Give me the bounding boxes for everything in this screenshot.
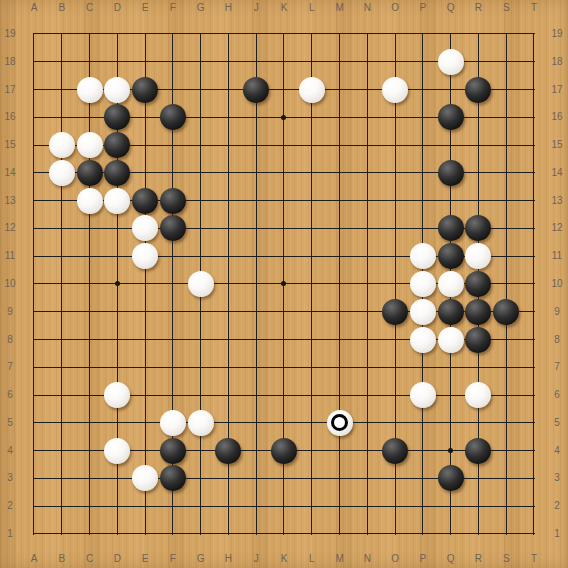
intersection-P2[interactable]	[409, 492, 437, 520]
intersection-M16[interactable]	[326, 103, 354, 131]
intersection-D16[interactable]	[103, 103, 131, 131]
intersection-R14[interactable]	[465, 159, 493, 187]
intersection-P14[interactable]	[409, 159, 437, 187]
intersection-K17[interactable]	[270, 76, 298, 104]
intersection-L8[interactable]	[298, 326, 326, 354]
intersection-A2[interactable]	[20, 492, 48, 520]
intersection-P15[interactable]	[409, 131, 437, 159]
intersection-J2[interactable]	[242, 492, 270, 520]
intersection-S18[interactable]	[492, 48, 520, 76]
intersection-L12[interactable]	[298, 215, 326, 243]
intersection-E19[interactable]	[131, 20, 159, 48]
intersection-B12[interactable]	[48, 215, 76, 243]
intersection-N4[interactable]	[353, 437, 381, 465]
intersection-T7[interactable]	[520, 353, 548, 381]
intersection-H15[interactable]	[215, 131, 243, 159]
intersection-Q1[interactable]	[437, 520, 465, 548]
intersection-G15[interactable]	[187, 131, 215, 159]
intersection-H13[interactable]	[215, 187, 243, 215]
intersection-N14[interactable]	[353, 159, 381, 187]
intersection-G14[interactable]	[187, 159, 215, 187]
intersection-L9[interactable]	[298, 298, 326, 326]
intersection-P7[interactable]	[409, 353, 437, 381]
intersection-A9[interactable]	[20, 298, 48, 326]
intersection-G12[interactable]	[187, 215, 215, 243]
intersection-N12[interactable]	[353, 215, 381, 243]
intersection-C14[interactable]	[76, 159, 104, 187]
intersection-A17[interactable]	[20, 76, 48, 104]
intersection-C18[interactable]	[76, 48, 104, 76]
intersection-A13[interactable]	[20, 187, 48, 215]
intersection-H17[interactable]	[215, 76, 243, 104]
intersection-O6[interactable]	[381, 381, 409, 409]
intersection-K5[interactable]	[270, 409, 298, 437]
intersection-P3[interactable]	[409, 465, 437, 493]
intersection-H11[interactable]	[215, 242, 243, 270]
intersection-O19[interactable]	[381, 20, 409, 48]
intersection-C16[interactable]	[76, 103, 104, 131]
intersection-F4[interactable]	[159, 437, 187, 465]
intersection-B1[interactable]	[48, 520, 76, 548]
intersection-J17[interactable]	[242, 76, 270, 104]
intersection-F15[interactable]	[159, 131, 187, 159]
intersection-T11[interactable]	[520, 242, 548, 270]
intersection-T14[interactable]	[520, 159, 548, 187]
intersection-B9[interactable]	[48, 298, 76, 326]
intersection-A3[interactable]	[20, 465, 48, 493]
intersection-A1[interactable]	[20, 520, 48, 548]
intersection-B17[interactable]	[48, 76, 76, 104]
intersection-M10[interactable]	[326, 270, 354, 298]
intersection-F18[interactable]	[159, 48, 187, 76]
intersection-G8[interactable]	[187, 326, 215, 354]
intersection-T17[interactable]	[520, 76, 548, 104]
intersection-H5[interactable]	[215, 409, 243, 437]
intersection-G10[interactable]	[187, 270, 215, 298]
intersection-T15[interactable]	[520, 131, 548, 159]
intersection-M12[interactable]	[326, 215, 354, 243]
intersection-B6[interactable]	[48, 381, 76, 409]
intersection-S1[interactable]	[492, 520, 520, 548]
intersection-Q6[interactable]	[437, 381, 465, 409]
intersection-H1[interactable]	[215, 520, 243, 548]
intersection-F5[interactable]	[159, 409, 187, 437]
intersection-F3[interactable]	[159, 465, 187, 493]
intersection-D8[interactable]	[103, 326, 131, 354]
intersection-A10[interactable]	[20, 270, 48, 298]
intersection-G17[interactable]	[187, 76, 215, 104]
intersection-E2[interactable]	[131, 492, 159, 520]
intersection-D9[interactable]	[103, 298, 131, 326]
intersection-Q11[interactable]	[437, 242, 465, 270]
intersection-S16[interactable]	[492, 103, 520, 131]
intersection-H2[interactable]	[215, 492, 243, 520]
intersection-K18[interactable]	[270, 48, 298, 76]
intersection-M11[interactable]	[326, 242, 354, 270]
intersection-G4[interactable]	[187, 437, 215, 465]
intersection-M4[interactable]	[326, 437, 354, 465]
intersection-O8[interactable]	[381, 326, 409, 354]
intersection-S12[interactable]	[492, 215, 520, 243]
intersection-E16[interactable]	[131, 103, 159, 131]
intersection-T8[interactable]	[520, 326, 548, 354]
intersection-C13[interactable]	[76, 187, 104, 215]
intersection-D15[interactable]	[103, 131, 131, 159]
intersection-H4[interactable]	[215, 437, 243, 465]
intersection-Q15[interactable]	[437, 131, 465, 159]
intersection-O12[interactable]	[381, 215, 409, 243]
intersection-D14[interactable]	[103, 159, 131, 187]
intersection-B14[interactable]	[48, 159, 76, 187]
intersection-S13[interactable]	[492, 187, 520, 215]
intersection-K15[interactable]	[270, 131, 298, 159]
intersection-L19[interactable]	[298, 20, 326, 48]
intersection-K6[interactable]	[270, 381, 298, 409]
intersection-K2[interactable]	[270, 492, 298, 520]
intersection-O5[interactable]	[381, 409, 409, 437]
intersection-S3[interactable]	[492, 465, 520, 493]
intersection-A8[interactable]	[20, 326, 48, 354]
intersection-E10[interactable]	[131, 270, 159, 298]
intersection-P8[interactable]	[409, 326, 437, 354]
intersection-N9[interactable]	[353, 298, 381, 326]
intersection-G2[interactable]	[187, 492, 215, 520]
intersection-H8[interactable]	[215, 326, 243, 354]
intersection-P5[interactable]	[409, 409, 437, 437]
intersection-P11[interactable]	[409, 242, 437, 270]
intersection-Q5[interactable]	[437, 409, 465, 437]
intersection-N15[interactable]	[353, 131, 381, 159]
intersection-F11[interactable]	[159, 242, 187, 270]
intersection-M14[interactable]	[326, 159, 354, 187]
intersection-K13[interactable]	[270, 187, 298, 215]
intersection-J9[interactable]	[242, 298, 270, 326]
intersection-K4[interactable]	[270, 437, 298, 465]
intersection-J19[interactable]	[242, 20, 270, 48]
intersection-P4[interactable]	[409, 437, 437, 465]
intersection-D1[interactable]	[103, 520, 131, 548]
intersection-B5[interactable]	[48, 409, 76, 437]
intersection-H18[interactable]	[215, 48, 243, 76]
intersection-A15[interactable]	[20, 131, 48, 159]
intersection-L15[interactable]	[298, 131, 326, 159]
intersection-P17[interactable]	[409, 76, 437, 104]
intersection-Q18[interactable]	[437, 48, 465, 76]
intersection-O16[interactable]	[381, 103, 409, 131]
intersection-D7[interactable]	[103, 353, 131, 381]
intersection-S15[interactable]	[492, 131, 520, 159]
intersection-K3[interactable]	[270, 465, 298, 493]
intersection-T6[interactable]	[520, 381, 548, 409]
intersection-Q12[interactable]	[437, 215, 465, 243]
intersection-B3[interactable]	[48, 465, 76, 493]
intersection-A6[interactable]	[20, 381, 48, 409]
intersection-K19[interactable]	[270, 20, 298, 48]
intersection-K8[interactable]	[270, 326, 298, 354]
intersection-M7[interactable]	[326, 353, 354, 381]
intersection-F16[interactable]	[159, 103, 187, 131]
intersection-R19[interactable]	[465, 20, 493, 48]
intersection-N10[interactable]	[353, 270, 381, 298]
intersection-T5[interactable]	[520, 409, 548, 437]
intersection-E13[interactable]	[131, 187, 159, 215]
intersection-P12[interactable]	[409, 215, 437, 243]
intersection-B8[interactable]	[48, 326, 76, 354]
intersection-D19[interactable]	[103, 20, 131, 48]
intersection-D10[interactable]	[103, 270, 131, 298]
intersection-L18[interactable]	[298, 48, 326, 76]
intersection-P19[interactable]	[409, 20, 437, 48]
intersection-Q7[interactable]	[437, 353, 465, 381]
intersection-O2[interactable]	[381, 492, 409, 520]
intersection-J18[interactable]	[242, 48, 270, 76]
intersection-F6[interactable]	[159, 381, 187, 409]
intersection-D18[interactable]	[103, 48, 131, 76]
intersection-F10[interactable]	[159, 270, 187, 298]
intersection-J10[interactable]	[242, 270, 270, 298]
intersection-D5[interactable]	[103, 409, 131, 437]
intersection-L11[interactable]	[298, 242, 326, 270]
intersection-E4[interactable]	[131, 437, 159, 465]
intersection-L3[interactable]	[298, 465, 326, 493]
intersection-E17[interactable]	[131, 76, 159, 104]
intersection-K1[interactable]	[270, 520, 298, 548]
intersection-H19[interactable]	[215, 20, 243, 48]
intersection-G6[interactable]	[187, 381, 215, 409]
intersection-K11[interactable]	[270, 242, 298, 270]
intersection-A14[interactable]	[20, 159, 48, 187]
intersection-C4[interactable]	[76, 437, 104, 465]
intersection-N1[interactable]	[353, 520, 381, 548]
intersection-C9[interactable]	[76, 298, 104, 326]
intersection-L13[interactable]	[298, 187, 326, 215]
intersection-S17[interactable]	[492, 76, 520, 104]
intersection-H9[interactable]	[215, 298, 243, 326]
intersection-O3[interactable]	[381, 465, 409, 493]
intersection-H6[interactable]	[215, 381, 243, 409]
intersection-O1[interactable]	[381, 520, 409, 548]
intersection-J11[interactable]	[242, 242, 270, 270]
intersection-R13[interactable]	[465, 187, 493, 215]
intersection-Q9[interactable]	[437, 298, 465, 326]
intersection-L1[interactable]	[298, 520, 326, 548]
intersection-N18[interactable]	[353, 48, 381, 76]
intersection-M5[interactable]	[326, 409, 354, 437]
intersection-P13[interactable]	[409, 187, 437, 215]
intersection-S9[interactable]	[492, 298, 520, 326]
intersection-R6[interactable]	[465, 381, 493, 409]
intersection-D12[interactable]	[103, 215, 131, 243]
intersection-B16[interactable]	[48, 103, 76, 131]
intersection-N11[interactable]	[353, 242, 381, 270]
intersection-J15[interactable]	[242, 131, 270, 159]
intersection-R7[interactable]	[465, 353, 493, 381]
intersection-M15[interactable]	[326, 131, 354, 159]
intersection-C19[interactable]	[76, 20, 104, 48]
intersection-J16[interactable]	[242, 103, 270, 131]
intersection-T3[interactable]	[520, 465, 548, 493]
intersection-B19[interactable]	[48, 20, 76, 48]
intersection-S6[interactable]	[492, 381, 520, 409]
intersection-F9[interactable]	[159, 298, 187, 326]
intersection-Q3[interactable]	[437, 465, 465, 493]
intersection-Q4[interactable]	[437, 437, 465, 465]
intersection-O14[interactable]	[381, 159, 409, 187]
intersection-G5[interactable]	[187, 409, 215, 437]
intersection-J1[interactable]	[242, 520, 270, 548]
intersection-E12[interactable]	[131, 215, 159, 243]
intersection-P18[interactable]	[409, 48, 437, 76]
intersection-D13[interactable]	[103, 187, 131, 215]
intersection-O17[interactable]	[381, 76, 409, 104]
intersection-C10[interactable]	[76, 270, 104, 298]
intersection-A16[interactable]	[20, 103, 48, 131]
intersection-B10[interactable]	[48, 270, 76, 298]
intersection-B2[interactable]	[48, 492, 76, 520]
intersection-R9[interactable]	[465, 298, 493, 326]
intersection-R16[interactable]	[465, 103, 493, 131]
intersection-H12[interactable]	[215, 215, 243, 243]
intersection-K7[interactable]	[270, 353, 298, 381]
intersection-A11[interactable]	[20, 242, 48, 270]
intersection-D3[interactable]	[103, 465, 131, 493]
intersection-R4[interactable]	[465, 437, 493, 465]
intersection-A4[interactable]	[20, 437, 48, 465]
intersection-B15[interactable]	[48, 131, 76, 159]
intersection-N17[interactable]	[353, 76, 381, 104]
intersection-N7[interactable]	[353, 353, 381, 381]
intersection-B7[interactable]	[48, 353, 76, 381]
intersection-J4[interactable]	[242, 437, 270, 465]
intersection-B4[interactable]	[48, 437, 76, 465]
intersection-F17[interactable]	[159, 76, 187, 104]
intersection-O11[interactable]	[381, 242, 409, 270]
intersection-F12[interactable]	[159, 215, 187, 243]
intersection-M1[interactable]	[326, 520, 354, 548]
intersection-M9[interactable]	[326, 298, 354, 326]
intersection-D2[interactable]	[103, 492, 131, 520]
intersection-E18[interactable]	[131, 48, 159, 76]
intersection-N19[interactable]	[353, 20, 381, 48]
intersection-T18[interactable]	[520, 48, 548, 76]
intersection-K12[interactable]	[270, 215, 298, 243]
intersection-C1[interactable]	[76, 520, 104, 548]
intersection-E15[interactable]	[131, 131, 159, 159]
intersection-T4[interactable]	[520, 437, 548, 465]
intersection-N16[interactable]	[353, 103, 381, 131]
intersection-T10[interactable]	[520, 270, 548, 298]
intersection-D4[interactable]	[103, 437, 131, 465]
intersection-F19[interactable]	[159, 20, 187, 48]
intersection-G3[interactable]	[187, 465, 215, 493]
intersection-N2[interactable]	[353, 492, 381, 520]
intersection-K16[interactable]	[270, 103, 298, 131]
intersection-T16[interactable]	[520, 103, 548, 131]
intersection-J6[interactable]	[242, 381, 270, 409]
intersection-B18[interactable]	[48, 48, 76, 76]
intersection-R12[interactable]	[465, 215, 493, 243]
intersection-S2[interactable]	[492, 492, 520, 520]
intersection-J8[interactable]	[242, 326, 270, 354]
intersection-A19[interactable]	[20, 20, 48, 48]
intersection-C17[interactable]	[76, 76, 104, 104]
intersection-P1[interactable]	[409, 520, 437, 548]
intersection-D11[interactable]	[103, 242, 131, 270]
intersection-R8[interactable]	[465, 326, 493, 354]
intersection-E11[interactable]	[131, 242, 159, 270]
intersection-E7[interactable]	[131, 353, 159, 381]
intersection-J14[interactable]	[242, 159, 270, 187]
intersection-O9[interactable]	[381, 298, 409, 326]
intersection-T12[interactable]	[520, 215, 548, 243]
intersection-C3[interactable]	[76, 465, 104, 493]
intersection-B11[interactable]	[48, 242, 76, 270]
intersection-P6[interactable]	[409, 381, 437, 409]
intersection-G1[interactable]	[187, 520, 215, 548]
intersection-S7[interactable]	[492, 353, 520, 381]
intersection-M17[interactable]	[326, 76, 354, 104]
intersection-M13[interactable]	[326, 187, 354, 215]
intersection-O18[interactable]	[381, 48, 409, 76]
intersection-M2[interactable]	[326, 492, 354, 520]
intersection-G13[interactable]	[187, 187, 215, 215]
intersection-T19[interactable]	[520, 20, 548, 48]
intersection-G7[interactable]	[187, 353, 215, 381]
intersection-H7[interactable]	[215, 353, 243, 381]
intersection-E3[interactable]	[131, 465, 159, 493]
intersection-M8[interactable]	[326, 326, 354, 354]
intersection-M18[interactable]	[326, 48, 354, 76]
intersection-E1[interactable]	[131, 520, 159, 548]
intersection-D6[interactable]	[103, 381, 131, 409]
intersection-G19[interactable]	[187, 20, 215, 48]
intersection-Q2[interactable]	[437, 492, 465, 520]
intersection-E14[interactable]	[131, 159, 159, 187]
intersection-M19[interactable]	[326, 20, 354, 48]
intersection-C2[interactable]	[76, 492, 104, 520]
intersection-R5[interactable]	[465, 409, 493, 437]
intersection-A12[interactable]	[20, 215, 48, 243]
intersection-P10[interactable]	[409, 270, 437, 298]
intersection-L17[interactable]	[298, 76, 326, 104]
intersection-K10[interactable]	[270, 270, 298, 298]
intersection-H14[interactable]	[215, 159, 243, 187]
intersection-L6[interactable]	[298, 381, 326, 409]
intersection-S14[interactable]	[492, 159, 520, 187]
intersection-R3[interactable]	[465, 465, 493, 493]
intersection-Q16[interactable]	[437, 103, 465, 131]
intersection-T13[interactable]	[520, 187, 548, 215]
intersection-F14[interactable]	[159, 159, 187, 187]
intersection-Q8[interactable]	[437, 326, 465, 354]
intersection-F8[interactable]	[159, 326, 187, 354]
intersection-Q17[interactable]	[437, 76, 465, 104]
intersection-L5[interactable]	[298, 409, 326, 437]
intersection-H10[interactable]	[215, 270, 243, 298]
intersection-C5[interactable]	[76, 409, 104, 437]
intersection-L7[interactable]	[298, 353, 326, 381]
intersection-G16[interactable]	[187, 103, 215, 131]
intersection-B13[interactable]	[48, 187, 76, 215]
intersection-K14[interactable]	[270, 159, 298, 187]
intersection-Q13[interactable]	[437, 187, 465, 215]
intersection-R15[interactable]	[465, 131, 493, 159]
intersection-C11[interactable]	[76, 242, 104, 270]
intersection-N3[interactable]	[353, 465, 381, 493]
intersection-O13[interactable]	[381, 187, 409, 215]
intersection-M3[interactable]	[326, 465, 354, 493]
intersection-G11[interactable]	[187, 242, 215, 270]
